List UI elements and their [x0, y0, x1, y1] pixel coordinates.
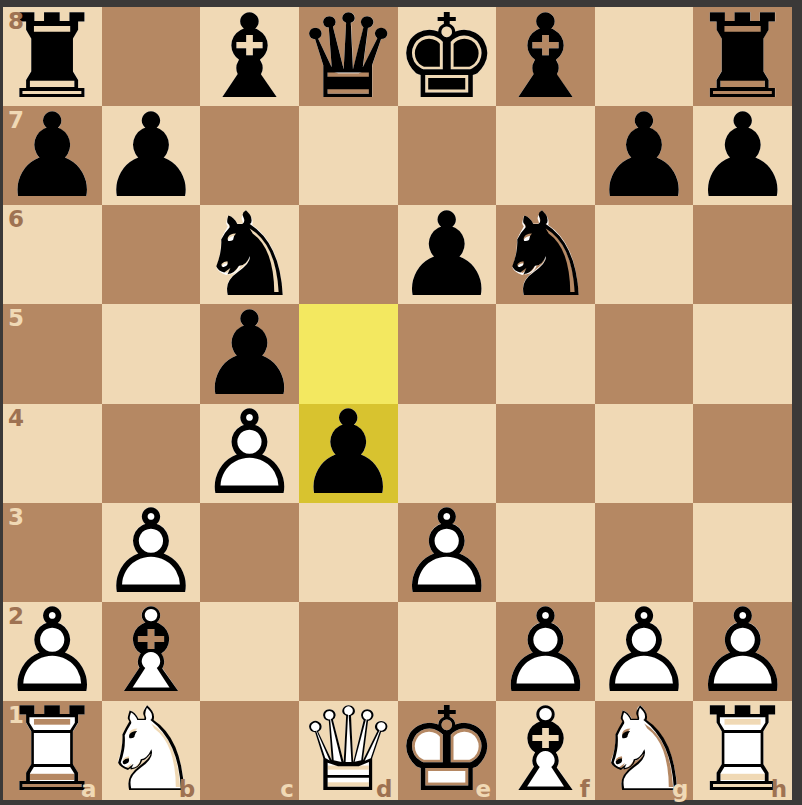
square-d4[interactable]: ♙♟	[299, 404, 398, 503]
rank-label-7: 7	[8, 107, 24, 133]
square-b5[interactable]	[102, 304, 201, 403]
piece-black-pawn[interactable]: ♙♟	[102, 106, 201, 205]
square-f6[interactable]: ♘♞	[496, 205, 595, 304]
piece-glyph-over: ♟	[693, 106, 792, 205]
piece-glyph-over: ♟	[595, 106, 694, 205]
square-f4[interactable]	[496, 404, 595, 503]
square-f1[interactable]: ♝♗f	[496, 701, 595, 800]
file-label-h: h	[771, 776, 787, 802]
square-e6[interactable]: ♙♟	[398, 205, 497, 304]
file-label-c: c	[280, 776, 294, 802]
rank-label-4: 4	[8, 405, 24, 431]
rank-label-5: 5	[8, 305, 24, 331]
square-a5[interactable]: 5	[3, 304, 102, 403]
piece-glyph-over: ♚	[398, 7, 497, 106]
square-h7[interactable]: ♙♟	[693, 106, 792, 205]
square-g4[interactable]	[595, 404, 694, 503]
piece-black-pawn[interactable]: ♙♟	[398, 205, 497, 304]
piece-glyph-over: ♝	[496, 7, 595, 106]
square-g5[interactable]	[595, 304, 694, 403]
square-a7[interactable]: ♙♟7	[3, 106, 102, 205]
file-label-f: f	[580, 776, 590, 802]
piece-glyph-over: ♙	[200, 404, 299, 503]
square-d6[interactable]	[299, 205, 398, 304]
piece-black-queen[interactable]: ♕♛	[299, 7, 398, 106]
board-frame: ♖♜8♗♝♕♛♔♚♗♝♖♜♙♟7♙♟♙♟♙♟6♘♞♙♟♘♞5♙♟4♟♙♙♟3♟♙…	[0, 0, 802, 805]
square-c1[interactable]: c	[200, 701, 299, 800]
square-e1[interactable]: ♚♔e	[398, 701, 497, 800]
rank-label-8: 8	[8, 8, 24, 34]
piece-black-pawn[interactable]: ♙♟	[693, 106, 792, 205]
piece-glyph-over: ♝	[200, 7, 299, 106]
square-b7[interactable]: ♙♟	[102, 106, 201, 205]
piece-black-pawn[interactable]: ♙♟	[299, 404, 398, 503]
square-d1[interactable]: ♛♕d	[299, 701, 398, 800]
file-label-a: a	[81, 776, 97, 802]
rank-label-6: 6	[8, 206, 24, 232]
piece-black-knight[interactable]: ♘♞	[496, 205, 595, 304]
square-a4[interactable]: 4	[3, 404, 102, 503]
piece-black-bishop[interactable]: ♗♝	[496, 7, 595, 106]
piece-glyph-over: ♟	[398, 205, 497, 304]
piece-glyph-over: ♟	[299, 404, 398, 503]
file-label-g: g	[672, 776, 688, 802]
piece-glyph-over: ♟	[102, 106, 201, 205]
piece-glyph-over: ♛	[299, 7, 398, 106]
square-f8[interactable]: ♗♝	[496, 7, 595, 106]
rank-label-3: 3	[8, 504, 24, 530]
square-c8[interactable]: ♗♝	[200, 7, 299, 106]
piece-black-king[interactable]: ♔♚	[398, 7, 497, 106]
square-d8[interactable]: ♕♛	[299, 7, 398, 106]
square-g7[interactable]: ♙♟	[595, 106, 694, 205]
rank-label-1: 1	[8, 702, 24, 728]
piece-glyph-over: ♞	[496, 205, 595, 304]
file-label-b: b	[179, 776, 195, 802]
square-a1[interactable]: ♜♖1a	[3, 701, 102, 800]
square-c4[interactable]: ♟♙	[200, 404, 299, 503]
file-label-e: e	[476, 776, 492, 802]
square-e3[interactable]: ♟♙	[398, 503, 497, 602]
square-c2[interactable]	[200, 602, 299, 701]
square-h1[interactable]: ♜♖h	[693, 701, 792, 800]
piece-black-bishop[interactable]: ♗♝	[200, 7, 299, 106]
square-h4[interactable]	[693, 404, 792, 503]
square-h5[interactable]	[693, 304, 792, 403]
square-b1[interactable]: ♞♘b	[102, 701, 201, 800]
square-e8[interactable]: ♔♚	[398, 7, 497, 106]
piece-white-pawn[interactable]: ♟♙	[398, 503, 497, 602]
piece-black-pawn[interactable]: ♙♟	[595, 106, 694, 205]
piece-glyph-over: ♙	[398, 503, 497, 602]
rank-label-2: 2	[8, 603, 24, 629]
file-label-d: d	[376, 776, 392, 802]
piece-white-pawn[interactable]: ♟♙	[200, 404, 299, 503]
square-g1[interactable]: ♞♘g	[595, 701, 694, 800]
chess-board: ♖♜8♗♝♕♛♔♚♗♝♖♜♙♟7♙♟♙♟♙♟6♘♞♙♟♘♞5♙♟4♟♙♙♟3♟♙…	[3, 7, 792, 800]
